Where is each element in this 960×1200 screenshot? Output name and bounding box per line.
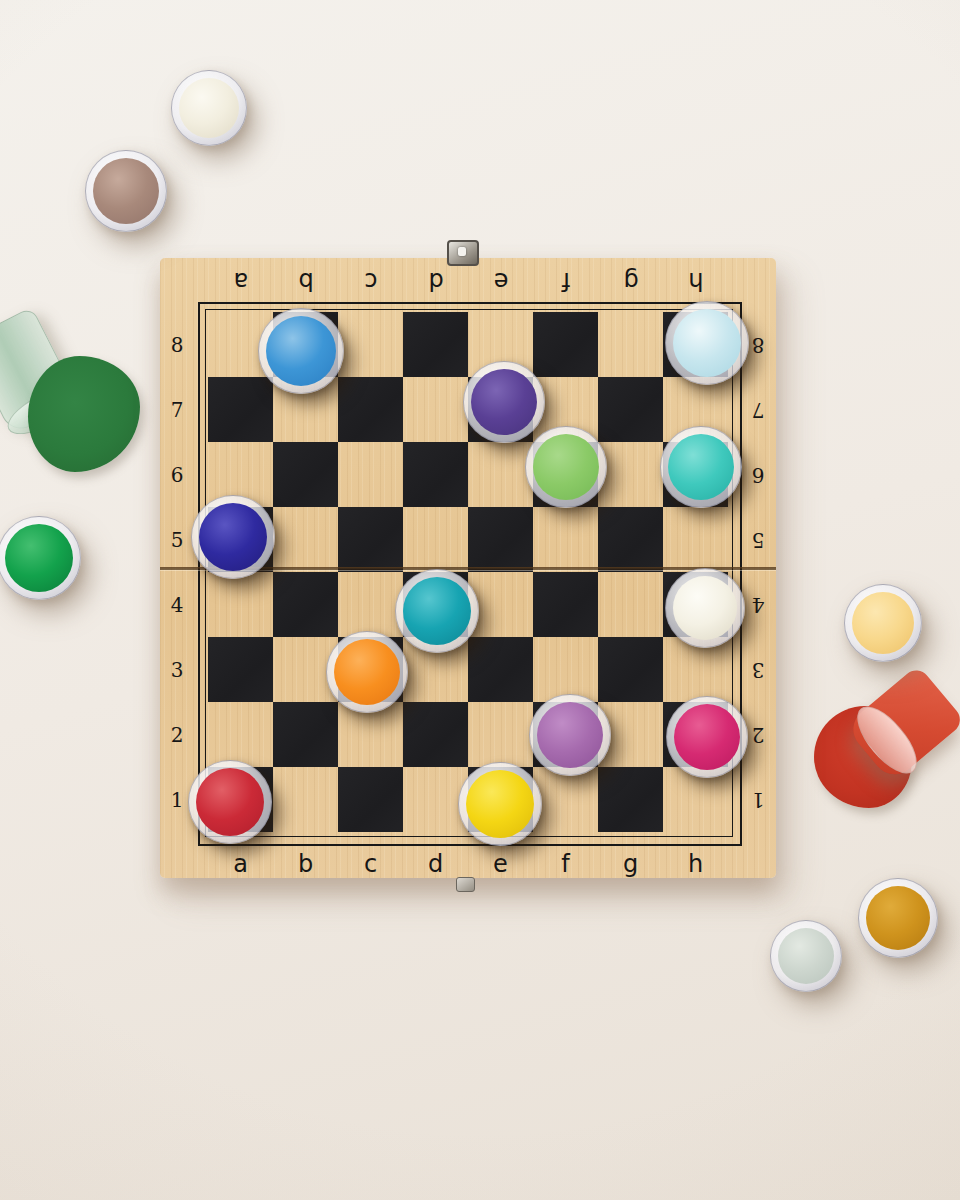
rank-label-right-5: 5 — [746, 530, 770, 550]
paint-pot-teal-d4-paint — [403, 577, 471, 645]
square-d2[interactable] — [403, 702, 468, 767]
paint-pot-teal-d4[interactable] — [395, 569, 479, 653]
rank-label-left-6: 6 — [165, 465, 189, 485]
file-label-top-e: e — [486, 269, 516, 293]
square-c6[interactable] — [338, 442, 403, 507]
rank-label-left-7: 7 — [165, 400, 189, 420]
rank-label-right-8: 8 — [746, 335, 770, 355]
square-c4[interactable] — [338, 572, 403, 637]
file-label-top-h: h — [681, 269, 711, 293]
paint-pot-butter-yellow[interactable] — [844, 584, 922, 662]
photo-stage: aabbccddeeffgghh8877665544332211 — [0, 0, 960, 1200]
paint-pot-emerald-paint — [5, 524, 73, 592]
paint-pot-orange-c3-paint — [334, 639, 400, 705]
paint-pot-mustard-paint — [866, 886, 930, 950]
square-f5[interactable] — [533, 507, 598, 572]
paint-pot-orchid-f2[interactable] — [529, 694, 611, 776]
rank-label-right-2: 2 — [746, 725, 770, 745]
square-g5[interactable] — [598, 507, 663, 572]
paint-pot-turquoise-h6[interactable] — [660, 426, 742, 508]
square-f8[interactable] — [533, 312, 598, 377]
paint-pot-emerald[interactable] — [0, 516, 81, 600]
square-a7[interactable] — [208, 377, 273, 442]
square-g3[interactable] — [598, 637, 663, 702]
rank-label-left-1: 1 — [165, 790, 189, 810]
paint-pot-blue-b8-paint — [266, 316, 336, 386]
square-h1[interactable] — [663, 767, 728, 832]
square-c7[interactable] — [338, 377, 403, 442]
paint-pot-pale-blue-h8[interactable] — [665, 301, 749, 385]
clasp-pin — [458, 247, 466, 256]
rank-label-right-1: 1 — [746, 790, 770, 810]
paint-pot-red-a1[interactable] — [188, 760, 272, 844]
square-d5[interactable] — [403, 507, 468, 572]
square-e5[interactable] — [468, 507, 533, 572]
file-label-bottom-a: a — [226, 852, 256, 876]
file-label-top-g: g — [616, 269, 646, 293]
square-b1[interactable] — [273, 767, 338, 832]
paint-pot-blue-b8[interactable] — [258, 308, 344, 394]
file-label-top-f: f — [551, 269, 581, 293]
paint-pot-turquoise-h6-paint — [668, 434, 734, 500]
paint-pot-pink-h2-paint — [674, 704, 740, 770]
square-c8[interactable] — [338, 312, 403, 377]
paint-pot-navy-a5[interactable] — [191, 495, 275, 579]
square-b2[interactable] — [273, 702, 338, 767]
square-e2[interactable] — [468, 702, 533, 767]
rank-label-left-4: 4 — [165, 595, 189, 615]
paint-pot-yellow-e1[interactable] — [458, 762, 542, 846]
file-label-bottom-h: h — [681, 852, 711, 876]
paint-pot-white-h4[interactable] — [665, 568, 745, 648]
paint-pot-violet-e7-paint — [471, 369, 537, 435]
paint-pot-ivory[interactable] — [171, 70, 247, 146]
paint-pot-ivory-paint — [179, 78, 239, 138]
square-f4[interactable] — [533, 572, 598, 637]
paint-pot-green-f6-paint — [533, 434, 599, 500]
rank-label-right-7: 7 — [746, 400, 770, 420]
file-label-top-c: c — [356, 269, 386, 293]
square-e3[interactable] — [468, 637, 533, 702]
paint-pot-pale-sage-paint — [778, 928, 834, 984]
square-g4[interactable] — [598, 572, 663, 637]
square-g8[interactable] — [598, 312, 663, 377]
file-label-bottom-b: b — [291, 852, 321, 876]
paint-pot-taupe-paint — [93, 158, 159, 224]
paint-pot-butter-yellow-paint — [852, 592, 914, 654]
square-d7[interactable] — [403, 377, 468, 442]
square-d6[interactable] — [403, 442, 468, 507]
paint-pot-mustard[interactable] — [858, 878, 938, 958]
paint-pot-yellow-e1-paint — [466, 770, 534, 838]
square-d8[interactable] — [403, 312, 468, 377]
square-a4[interactable] — [208, 572, 273, 637]
paint-pot-white-h4-paint — [673, 576, 737, 640]
green-paint-puddle — [28, 356, 140, 472]
square-g6[interactable] — [598, 442, 663, 507]
paint-pot-green-f6[interactable] — [525, 426, 607, 508]
paint-pot-red-a1-paint — [196, 768, 264, 836]
square-c5[interactable] — [338, 507, 403, 572]
file-label-bottom-e: e — [486, 852, 516, 876]
file-label-top-a: a — [226, 269, 256, 293]
file-label-bottom-g: g — [616, 852, 646, 876]
paint-pot-pale-blue-h8-paint — [673, 309, 741, 377]
square-f3[interactable] — [533, 637, 598, 702]
paint-pot-taupe[interactable] — [85, 150, 167, 232]
file-label-top-d: d — [421, 269, 451, 293]
square-e6[interactable] — [468, 442, 533, 507]
rank-label-left-8: 8 — [165, 335, 189, 355]
square-a3[interactable] — [208, 637, 273, 702]
rank-label-left-5: 5 — [165, 530, 189, 550]
square-f1[interactable] — [533, 767, 598, 832]
file-label-bottom-d: d — [421, 852, 451, 876]
paint-pot-violet-e7[interactable] — [463, 361, 545, 443]
paint-pot-navy-a5-paint — [199, 503, 267, 571]
square-a2[interactable] — [208, 702, 273, 767]
file-label-top-b: b — [291, 269, 321, 293]
square-g7[interactable] — [598, 377, 663, 442]
paint-pot-orange-c3[interactable] — [326, 631, 408, 713]
paint-pot-orchid-f2-paint — [537, 702, 603, 768]
square-b5[interactable] — [273, 507, 338, 572]
paint-pot-pink-h2[interactable] — [666, 696, 748, 778]
paint-pot-pale-sage[interactable] — [770, 920, 842, 992]
rank-label-left-3: 3 — [165, 660, 189, 680]
rank-label-right-3: 3 — [746, 660, 770, 680]
square-g1[interactable] — [598, 767, 663, 832]
board-clasp[interactable] — [447, 240, 479, 266]
square-b4[interactable] — [273, 572, 338, 637]
rank-label-right-6: 6 — [746, 465, 770, 485]
board-hinge-pin — [456, 877, 475, 892]
rank-label-right-4: 4 — [746, 595, 770, 615]
file-label-bottom-c: c — [356, 852, 386, 876]
square-h5[interactable] — [663, 507, 728, 572]
file-label-bottom-f: f — [551, 852, 581, 876]
square-b6[interactable] — [273, 442, 338, 507]
rank-label-left-2: 2 — [165, 725, 189, 745]
square-c1[interactable] — [338, 767, 403, 832]
